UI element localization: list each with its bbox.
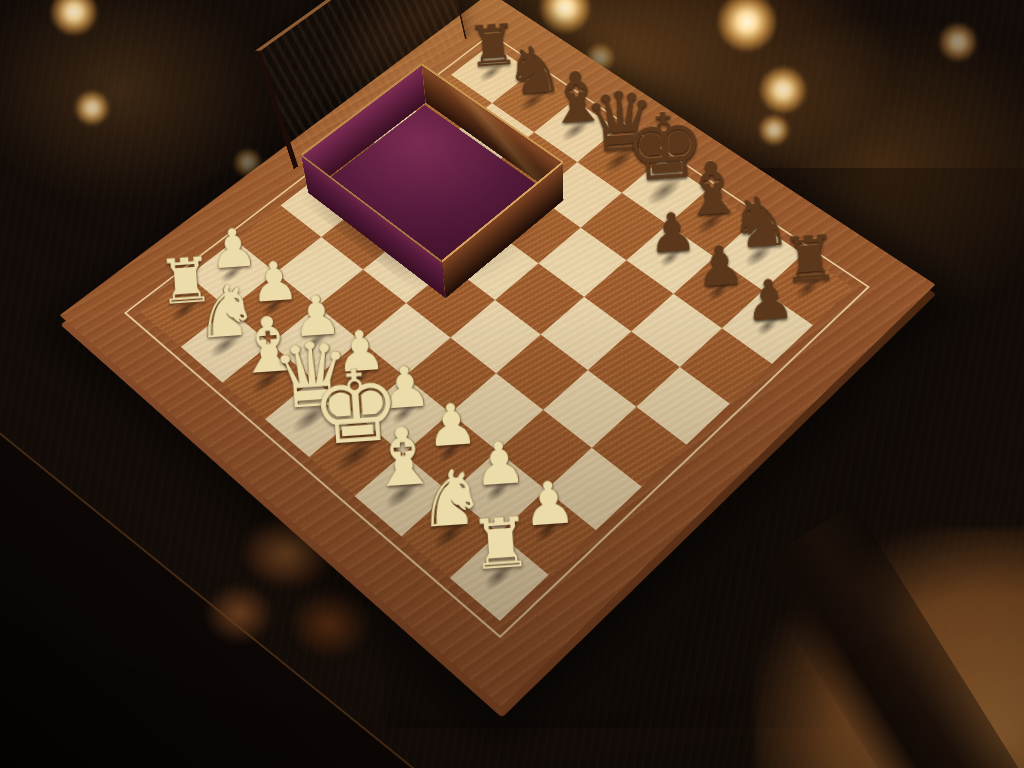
- black-pawn-glyph: ♟: [706, 269, 832, 332]
- photo-scene: ♜♞♝♛♚♝♞♜♟♟♟♟♟♟♟♟♜♞♝♛♚♝♞♜♟♟♟: [0, 0, 1024, 768]
- chess-board: ♜♞♝♛♚♝♞♜♟♟♟♟♟♟♟♟♜♞♝♛♚♝♞♜♟♟♟: [60, 0, 936, 707]
- white-rook-glyph: ♜: [431, 505, 569, 583]
